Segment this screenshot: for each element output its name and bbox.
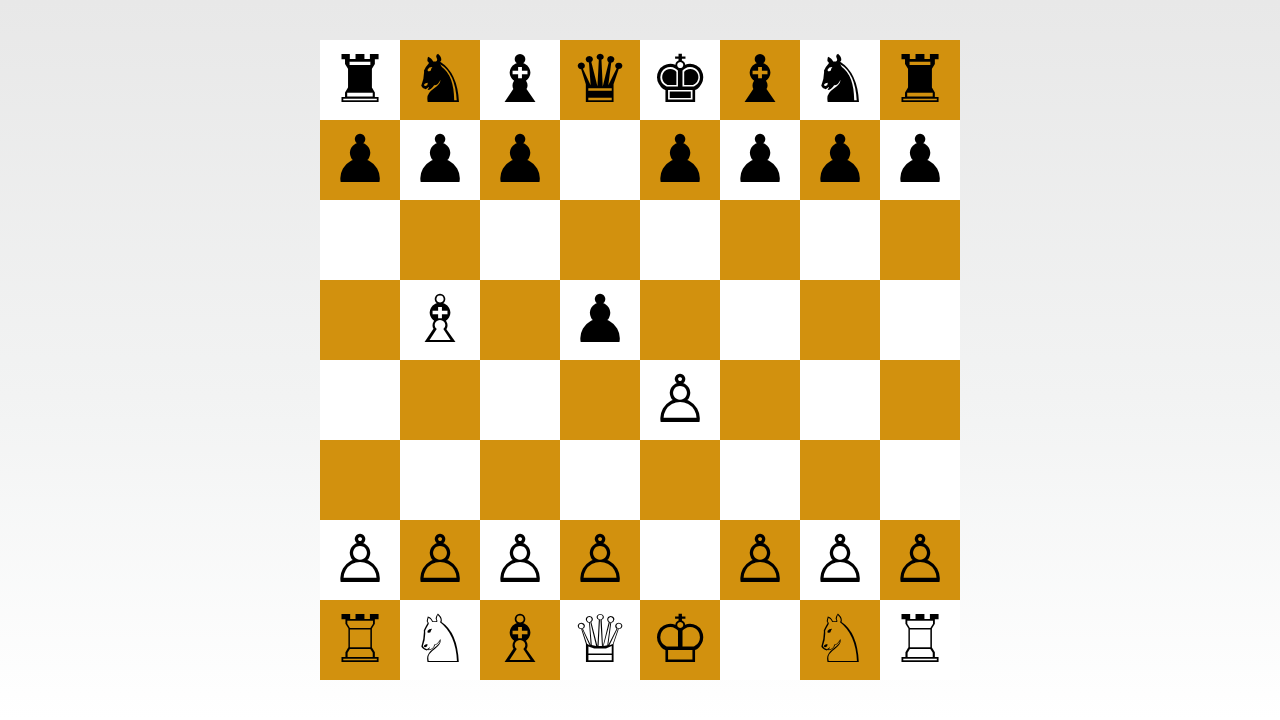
square-a8[interactable]: ♜ xyxy=(320,40,400,120)
square-e2[interactable] xyxy=(640,520,720,600)
square-c4[interactable] xyxy=(480,360,560,440)
piece-black-pawn[interactable]: ♟︎ xyxy=(320,120,400,200)
square-e1[interactable]: ♔ xyxy=(640,600,720,680)
piece-white-pawn[interactable]: ♙ xyxy=(480,520,560,600)
piece-black-pawn[interactable]: ♟︎ xyxy=(560,280,640,360)
square-d8[interactable]: ♛ xyxy=(560,40,640,120)
square-e8[interactable]: ♚ xyxy=(640,40,720,120)
square-a7[interactable]: ♟︎ xyxy=(320,120,400,200)
square-b6[interactable] xyxy=(400,200,480,280)
piece-white-rook[interactable]: ♖ xyxy=(320,600,400,680)
piece-white-bishop[interactable]: ♗ xyxy=(480,600,560,680)
square-h3[interactable] xyxy=(880,440,960,520)
square-g1[interactable]: ♘ xyxy=(800,600,880,680)
piece-white-pawn[interactable]: ♙ xyxy=(400,520,480,600)
piece-white-knight[interactable]: ♘ xyxy=(800,600,880,680)
piece-white-bishop[interactable]: ♗ xyxy=(400,280,480,360)
piece-white-rook[interactable]: ♖ xyxy=(880,600,960,680)
piece-white-pawn[interactable]: ♙ xyxy=(560,520,640,600)
square-h1[interactable]: ♖ xyxy=(880,600,960,680)
square-g4[interactable] xyxy=(800,360,880,440)
square-f5[interactable] xyxy=(720,280,800,360)
square-b7[interactable]: ♟︎ xyxy=(400,120,480,200)
piece-black-knight[interactable]: ♞ xyxy=(800,40,880,120)
square-e5[interactable] xyxy=(640,280,720,360)
square-d5[interactable]: ♟︎ xyxy=(560,280,640,360)
piece-white-queen[interactable]: ♕ xyxy=(560,600,640,680)
square-g3[interactable] xyxy=(800,440,880,520)
square-h6[interactable] xyxy=(880,200,960,280)
square-c1[interactable]: ♗ xyxy=(480,600,560,680)
square-d6[interactable] xyxy=(560,200,640,280)
piece-black-queen[interactable]: ♛ xyxy=(560,40,640,120)
square-e3[interactable] xyxy=(640,440,720,520)
piece-black-pawn[interactable]: ♟︎ xyxy=(640,120,720,200)
piece-white-knight[interactable]: ♘ xyxy=(400,600,480,680)
piece-black-rook[interactable]: ♜ xyxy=(880,40,960,120)
piece-black-knight[interactable]: ♞ xyxy=(400,40,480,120)
piece-black-pawn[interactable]: ♟︎ xyxy=(720,120,800,200)
piece-white-pawn[interactable]: ♙ xyxy=(640,360,720,440)
square-b8[interactable]: ♞ xyxy=(400,40,480,120)
square-f3[interactable] xyxy=(720,440,800,520)
square-b1[interactable]: ♘ xyxy=(400,600,480,680)
piece-black-pawn[interactable]: ♟︎ xyxy=(800,120,880,200)
square-f6[interactable] xyxy=(720,200,800,280)
square-f7[interactable]: ♟︎ xyxy=(720,120,800,200)
square-d7[interactable] xyxy=(560,120,640,200)
piece-white-king[interactable]: ♔ xyxy=(640,600,720,680)
square-g5[interactable] xyxy=(800,280,880,360)
square-a1[interactable]: ♖ xyxy=(320,600,400,680)
square-h7[interactable]: ♟︎ xyxy=(880,120,960,200)
square-f1[interactable] xyxy=(720,600,800,680)
chess-board: ♜♞♝♛♚♝♞♜♟︎♟︎♟︎♟︎♟︎♟︎♟︎♗♟︎♙♙♙♙♙♙♙♙♖♘♗♕♔♘♖ xyxy=(320,40,960,680)
square-f8[interactable]: ♝ xyxy=(720,40,800,120)
square-d1[interactable]: ♕ xyxy=(560,600,640,680)
piece-black-pawn[interactable]: ♟︎ xyxy=(880,120,960,200)
square-d2[interactable]: ♙ xyxy=(560,520,640,600)
piece-black-pawn[interactable]: ♟︎ xyxy=(400,120,480,200)
piece-white-pawn[interactable]: ♙ xyxy=(720,520,800,600)
square-c8[interactable]: ♝ xyxy=(480,40,560,120)
square-c2[interactable]: ♙ xyxy=(480,520,560,600)
square-e6[interactable] xyxy=(640,200,720,280)
square-g7[interactable]: ♟︎ xyxy=(800,120,880,200)
piece-white-pawn[interactable]: ♙ xyxy=(800,520,880,600)
square-e4[interactable]: ♙ xyxy=(640,360,720,440)
square-h5[interactable] xyxy=(880,280,960,360)
square-c6[interactable] xyxy=(480,200,560,280)
piece-white-pawn[interactable]: ♙ xyxy=(880,520,960,600)
square-h2[interactable]: ♙ xyxy=(880,520,960,600)
square-a6[interactable] xyxy=(320,200,400,280)
square-b5[interactable]: ♗ xyxy=(400,280,480,360)
square-c3[interactable] xyxy=(480,440,560,520)
square-a2[interactable]: ♙ xyxy=(320,520,400,600)
square-d4[interactable] xyxy=(560,360,640,440)
square-a4[interactable] xyxy=(320,360,400,440)
square-a5[interactable] xyxy=(320,280,400,360)
square-g6[interactable] xyxy=(800,200,880,280)
piece-black-bishop[interactable]: ♝ xyxy=(720,40,800,120)
square-f4[interactable] xyxy=(720,360,800,440)
piece-white-pawn[interactable]: ♙ xyxy=(320,520,400,600)
square-b3[interactable] xyxy=(400,440,480,520)
square-c5[interactable] xyxy=(480,280,560,360)
square-c7[interactable]: ♟︎ xyxy=(480,120,560,200)
square-f2[interactable]: ♙ xyxy=(720,520,800,600)
square-h4[interactable] xyxy=(880,360,960,440)
piece-black-pawn[interactable]: ♟︎ xyxy=(480,120,560,200)
square-g2[interactable]: ♙ xyxy=(800,520,880,600)
piece-black-rook[interactable]: ♜ xyxy=(320,40,400,120)
square-g8[interactable]: ♞ xyxy=(800,40,880,120)
square-h8[interactable]: ♜ xyxy=(880,40,960,120)
page-background: ♜♞♝♛♚♝♞♜♟︎♟︎♟︎♟︎♟︎♟︎♟︎♗♟︎♙♙♙♙♙♙♙♙♖♘♗♕♔♘♖ xyxy=(0,0,1280,720)
square-d3[interactable] xyxy=(560,440,640,520)
square-a3[interactable] xyxy=(320,440,400,520)
piece-black-bishop[interactable]: ♝ xyxy=(480,40,560,120)
square-e7[interactable]: ♟︎ xyxy=(640,120,720,200)
square-b2[interactable]: ♙ xyxy=(400,520,480,600)
square-b4[interactable] xyxy=(400,360,480,440)
piece-black-king[interactable]: ♚ xyxy=(640,40,720,120)
